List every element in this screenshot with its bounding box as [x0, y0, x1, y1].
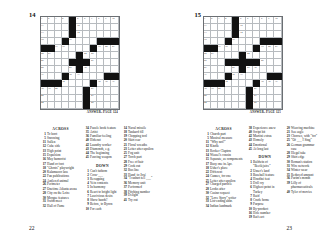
grid-cell: [55, 102, 62, 109]
grid-cell: [83, 24, 90, 31]
down-header: DOWN: [84, 163, 121, 168]
cell-number: 32: [232, 73, 235, 76]
clue-text: Try out: [128, 198, 158, 202]
black-cell: [76, 52, 83, 59]
cell-number: 41: [91, 87, 94, 90]
grid-cell: [239, 102, 246, 109]
cell-number: 36: [268, 80, 271, 83]
grid-cell: [83, 38, 90, 45]
cell-number: 36: [105, 80, 108, 83]
grid-cell: 4: [62, 17, 69, 24]
grid-cell: [211, 31, 218, 38]
clue-text: Tyler of movies: [291, 190, 318, 194]
grid-cell: [97, 102, 104, 109]
cell-number: 14: [240, 31, 243, 34]
clue: 19Rat's act: [247, 215, 283, 219]
grid-cell: [239, 45, 246, 52]
cell-number: 18: [225, 45, 228, 48]
cell-number: 1: [41, 17, 42, 20]
grid-cell: [253, 24, 260, 31]
grid-cell: 20: [104, 45, 111, 52]
cell-number: 29: [69, 66, 72, 69]
cell-number: 34: [225, 80, 228, 83]
grid-cell: [232, 102, 239, 109]
grid-cell: [218, 31, 225, 38]
grid-cell: 33: [239, 73, 246, 80]
grid-cell: 15: [41, 38, 48, 45]
grid-cell: [76, 80, 83, 87]
grid-cell: [211, 73, 218, 80]
clue: 45At long last: [247, 147, 283, 151]
cell-number: 38: [204, 87, 207, 90]
grid-cell: [218, 95, 225, 102]
grid-cell: [83, 80, 90, 87]
cell-number: 23: [48, 52, 51, 55]
grid-cell: [48, 24, 55, 31]
grid-cell: 1: [41, 17, 48, 24]
grid-cell: [104, 24, 111, 31]
grid-cell: [90, 73, 97, 80]
grid-cell: 21: [274, 45, 281, 52]
grid-cell: [260, 102, 267, 109]
grid-cell: 14: [239, 31, 246, 38]
cell-number: 12: [77, 24, 80, 27]
clue: 26German grammar case: [285, 143, 318, 151]
grid-cell: [48, 73, 55, 80]
cell-number: 30: [84, 66, 87, 69]
cell-number: 10: [112, 17, 115, 20]
grid-cell: [104, 59, 111, 66]
cell-number: 26: [261, 59, 264, 62]
grid-cell: 23: [48, 52, 55, 59]
clue-text: Lilly of pharmaceuticals: [291, 181, 318, 189]
cell-number: 32: [69, 73, 72, 76]
grid-cell: [97, 87, 104, 94]
clue: 45Fencing weapon: [84, 156, 121, 160]
black-cell: [232, 17, 239, 24]
grid-cell: [239, 87, 246, 94]
grid-cell: [274, 59, 281, 66]
black-cell: [232, 24, 239, 31]
cell-number: 40: [218, 87, 221, 90]
grid-cell: [211, 24, 218, 31]
grid-cell: [55, 31, 62, 38]
cell-number: 43: [254, 94, 257, 97]
cell-number: 7: [254, 17, 255, 20]
grid-cell: [267, 52, 274, 59]
grid-cell: 9: [267, 17, 274, 24]
grid-cell: [225, 102, 232, 109]
grid-cell: [55, 24, 62, 31]
grid-cell: 24: [246, 52, 253, 59]
grid-cell: [76, 102, 83, 109]
cell-number: 25: [204, 59, 207, 62]
black-cell: [69, 17, 76, 24]
grid-cell: [211, 59, 218, 66]
grid-cell: [260, 24, 267, 31]
grid-cell: 16: [69, 38, 76, 45]
grid-cell: 36: [104, 80, 111, 87]
grid-cell: [218, 66, 225, 73]
grid-cell: [76, 95, 83, 102]
black-cell: [83, 95, 90, 102]
grid-cell: [218, 59, 225, 66]
grid-cell: 6: [246, 17, 253, 24]
grid-cell: 16: [232, 38, 239, 45]
grid-cell: [62, 102, 69, 109]
grid-cell: [232, 95, 239, 102]
grid-cell: 21: [111, 45, 118, 52]
cell-number: 6: [84, 17, 85, 20]
grid-cell: [55, 95, 62, 102]
grid-cell: [232, 45, 239, 52]
cell-number: 28: [232, 66, 235, 69]
cell-number: 22: [41, 52, 44, 55]
grid-cell: [246, 31, 253, 38]
grid-cell: [253, 73, 260, 80]
grid-cell: [69, 95, 76, 102]
cell-number: 24: [84, 52, 87, 55]
cell-number: 4: [225, 17, 226, 20]
grid-cell: 31: [204, 73, 211, 80]
grid-cell: [76, 45, 83, 52]
clue-text: Baldwin of "Beetlejuice": [253, 160, 283, 168]
grid-cell: [62, 52, 69, 59]
clue-text: At long last: [253, 147, 283, 151]
grid-cell: 44: [41, 102, 48, 109]
grid-cell: [62, 24, 69, 31]
clue: 6Highest point in Turkey: [247, 186, 283, 194]
grid-cell: 30: [83, 66, 90, 73]
grid-cell: [211, 102, 218, 109]
cell-number: 15: [41, 38, 44, 41]
grid-cell: [246, 24, 253, 31]
grid-cell: 40: [218, 87, 225, 94]
grid-cell: [97, 95, 104, 102]
grid-cell: [260, 87, 267, 94]
cell-number: 35: [98, 80, 101, 83]
grid-cell: [76, 87, 83, 94]
grid-cell: [274, 102, 281, 109]
grid-cell: 14: [76, 31, 83, 38]
cell-number: 30: [254, 66, 257, 69]
grid-cell: [104, 31, 111, 38]
grid-cell: [267, 87, 274, 94]
grid-cell: [48, 59, 55, 66]
grid-cell: [253, 38, 260, 45]
clues-14-column-3: 14Naval missile18Tankard fill19Chopping …: [122, 126, 158, 246]
grid-cell: [274, 24, 281, 31]
grid-cell: 36: [267, 80, 274, 87]
cell-number: 20: [268, 45, 271, 48]
grid-cell: 7: [253, 17, 260, 24]
grid-cell: [253, 52, 260, 59]
cell-number: 29: [247, 66, 250, 69]
grid-cell: 8: [97, 17, 104, 24]
grid-cell: [260, 95, 267, 102]
grid-cell: 19: [260, 45, 267, 52]
cell-number: 13: [204, 31, 207, 34]
cell-number: 31: [41, 73, 44, 76]
puzzle-number-15: 15: [190, 12, 201, 19]
cell-number: 40: [55, 87, 58, 90]
clues-15-column-1: ACROSS1Church part5Musical measure11"Why…: [204, 126, 243, 246]
cell-number: 28: [41, 66, 44, 69]
clue-text: Highest point in Turkey: [253, 186, 283, 194]
cell-number: 10: [275, 17, 278, 20]
grid-cell: [211, 95, 218, 102]
grid-cell: [97, 66, 104, 73]
grid-cell: 24: [83, 52, 90, 59]
black-cell: [69, 24, 76, 31]
cell-number: 25: [91, 52, 94, 55]
grid-cell: 10: [274, 17, 281, 24]
black-cell: [253, 45, 260, 52]
grid-cell: [62, 87, 69, 94]
grid-cell: [253, 31, 260, 38]
cell-number: 2: [211, 17, 212, 20]
grid-cell: [260, 66, 267, 73]
cell-number: 33: [77, 73, 80, 76]
cell-number: 11: [204, 24, 207, 27]
clue: 39Lilly of pharmaceuticals: [285, 181, 318, 189]
grid-cell: 37: [274, 80, 281, 87]
page-number-23: 23: [280, 225, 292, 231]
grid-cell: [225, 24, 232, 31]
grid-cell: 20: [267, 45, 274, 52]
cell-number: 21: [275, 45, 278, 48]
cell-number: 42: [204, 94, 207, 97]
grid-cell: [218, 52, 225, 59]
grid-cell: 7: [90, 17, 97, 24]
down-header: DOWN: [247, 154, 283, 159]
grid-cell: [69, 52, 76, 59]
grid-cell: 44: [204, 102, 211, 109]
black-cell: [246, 102, 253, 109]
cell-number: 22: [204, 52, 207, 55]
black-cell: [246, 95, 253, 102]
grid-cell: [104, 52, 111, 59]
grid-cell: [239, 80, 246, 87]
grid-cell: [246, 80, 253, 87]
grid-cell: [97, 52, 104, 59]
crossword-grid-14: 1234567891011121314151617181920212223242…: [40, 16, 120, 110]
clues-15-column-2: 38Experience anew40Script bit42Martini e…: [247, 126, 283, 246]
grid-cell: 9: [104, 17, 111, 24]
cell-number: 20: [105, 45, 108, 48]
clues-14-column-1: ACROSS1To boot5Snoozing11Sullen12Cube si…: [41, 126, 80, 246]
grid-cell: [111, 87, 118, 94]
grid-cell: [225, 95, 232, 102]
grid-cell: [232, 52, 239, 59]
grid-cell: 5: [239, 17, 246, 24]
cell-number: 3: [218, 17, 219, 20]
cell-number: 44: [41, 101, 44, 104]
grid-cell: [225, 52, 232, 59]
grid-cell: 32: [232, 73, 239, 80]
cell-number: 6: [247, 17, 248, 20]
cell-number: 9: [105, 17, 106, 20]
clues-14-column-2: 34Puzzle book feature35Artist36Familiar …: [84, 126, 121, 246]
grid-cell: 35: [260, 80, 267, 87]
clue-text: Indian landmark: [210, 204, 243, 208]
puzzle-number-14: 14: [29, 12, 39, 19]
cell-number: 17: [55, 45, 58, 48]
grid-cell: 32: [69, 73, 76, 80]
grid-cell: [104, 87, 111, 94]
grid-cell: [48, 66, 55, 73]
grid-cell: 33: [76, 73, 83, 80]
grid-cell: [218, 102, 225, 109]
cell-number: 44: [204, 101, 207, 104]
cell-number: 3: [55, 17, 56, 20]
black-cell: [239, 59, 246, 66]
page-number-22: 22: [29, 225, 35, 231]
grid-cell: 8: [260, 17, 267, 24]
grid-cell: [90, 66, 97, 73]
across-header: ACROSS: [204, 126, 243, 131]
cell-number: 37: [275, 80, 278, 83]
grid-cell: [76, 38, 83, 45]
cell-number: 18: [62, 45, 65, 48]
cell-number: 7: [91, 17, 92, 20]
grid-cell: [232, 80, 239, 87]
grid-cell: 1: [204, 17, 211, 24]
grid-cell: 30: [253, 66, 260, 73]
grid-cell: [274, 95, 281, 102]
cell-number: 38: [41, 87, 44, 90]
cell-number: 31: [204, 73, 207, 76]
cell-number: 9: [268, 17, 269, 20]
grid-cell: [267, 95, 274, 102]
grid-cell: [111, 24, 118, 31]
grid-cell: 35: [97, 80, 104, 87]
grid-cell: 18: [225, 45, 232, 52]
grid-cell: 18: [62, 45, 69, 52]
grid-cell: [104, 95, 111, 102]
grid-cell: [97, 24, 104, 31]
cell-number: 43: [91, 94, 94, 97]
grid-cell: 45: [253, 102, 260, 109]
cell-number: 34: [62, 80, 65, 83]
grid-cell: [218, 24, 225, 31]
grid-cell: 6: [83, 17, 90, 24]
grid-cell: 4: [225, 17, 232, 24]
black-cell: [83, 87, 90, 94]
cell-number: 37: [112, 80, 115, 83]
cell-number: 5: [77, 17, 78, 20]
answer-note-14: ANSWER, PAGE 124: [38, 110, 118, 114]
cell-number: 33: [240, 73, 243, 76]
grid-cell: 34: [225, 80, 232, 87]
clue: 32Hall of Fame: [41, 204, 80, 208]
grid-cell: 10: [111, 17, 118, 24]
cell-number: 17: [218, 45, 221, 48]
clue-text: Rat's act: [253, 215, 283, 219]
answer-note-15: ANSWER, PAGE 125: [201, 110, 281, 114]
cell-number: 39: [48, 87, 51, 90]
cell-number: 24: [247, 52, 250, 55]
cell-number: 1: [204, 17, 205, 20]
cell-number: 5: [240, 17, 241, 20]
cell-number: 13: [41, 31, 44, 34]
grid-cell: [69, 87, 76, 94]
clue: 34Indian landmark: [204, 204, 243, 208]
grid-cell: 45: [90, 102, 97, 109]
cell-number: 16: [232, 38, 235, 41]
grid-cell: [111, 102, 118, 109]
grid-cell: [111, 31, 118, 38]
clue: 1Baldwin of "Beetlejuice": [247, 160, 283, 168]
grid-cell: [69, 102, 76, 109]
grid-cell: [90, 24, 97, 31]
grid-cell: [83, 31, 90, 38]
clue: 41Try out: [122, 198, 158, 202]
grid-cell: [211, 66, 218, 73]
grid-cell: 40: [55, 87, 62, 94]
grid-cell: [90, 31, 97, 38]
grid-cell: [274, 31, 281, 38]
cell-number: 27: [204, 66, 207, 69]
grid-cell: [104, 102, 111, 109]
grid-cell: [274, 87, 281, 94]
grid-cell: [267, 59, 274, 66]
black-cell: [76, 59, 83, 66]
grid-cell: [267, 102, 274, 109]
cell-number: 39: [211, 87, 214, 90]
grid-cell: 19: [97, 45, 104, 52]
cell-number: 23: [211, 52, 214, 55]
cell-number: 12: [240, 24, 243, 27]
cell-number: 26: [41, 59, 44, 62]
grid-cell: 5: [76, 17, 83, 24]
grid-cell: [55, 59, 62, 66]
grid-cell: [239, 38, 246, 45]
grid-cell: [48, 95, 55, 102]
grid-cell: [267, 66, 274, 73]
black-cell: [246, 87, 253, 94]
grid-cell: [97, 59, 104, 66]
crossword-grid-15: 1234567891011121314151617181920212223242…: [203, 16, 283, 110]
grid-cell: 26: [260, 59, 267, 66]
grid-cell: [55, 52, 62, 59]
grid-cell: 37: [111, 80, 118, 87]
cell-number: 2: [48, 17, 49, 20]
grid-cell: [48, 102, 55, 109]
cell-number: 21: [112, 45, 115, 48]
grid-cell: [260, 31, 267, 38]
grid-cell: [239, 95, 246, 102]
cell-number: 16: [69, 38, 72, 41]
grid-cell: [62, 95, 69, 102]
clue-text: Fencing weapon: [90, 156, 121, 160]
grid-cell: 31: [41, 73, 48, 80]
grid-cell: [246, 73, 253, 80]
grid-cell: 34: [62, 80, 69, 87]
grid-cell: [267, 31, 274, 38]
cell-number: 11: [41, 24, 44, 27]
grid-cell: [69, 45, 76, 52]
cell-number: 41: [254, 87, 257, 90]
grid-cell: [69, 80, 76, 87]
cell-number: 4: [62, 17, 63, 20]
grid-cell: [104, 66, 111, 73]
clue-text: For each: [90, 207, 121, 211]
cell-number: 45: [254, 101, 257, 104]
cell-number: 8: [98, 17, 99, 20]
clue: 40Tyler of movies: [285, 190, 318, 194]
clue-text: German grammar case: [291, 143, 318, 151]
